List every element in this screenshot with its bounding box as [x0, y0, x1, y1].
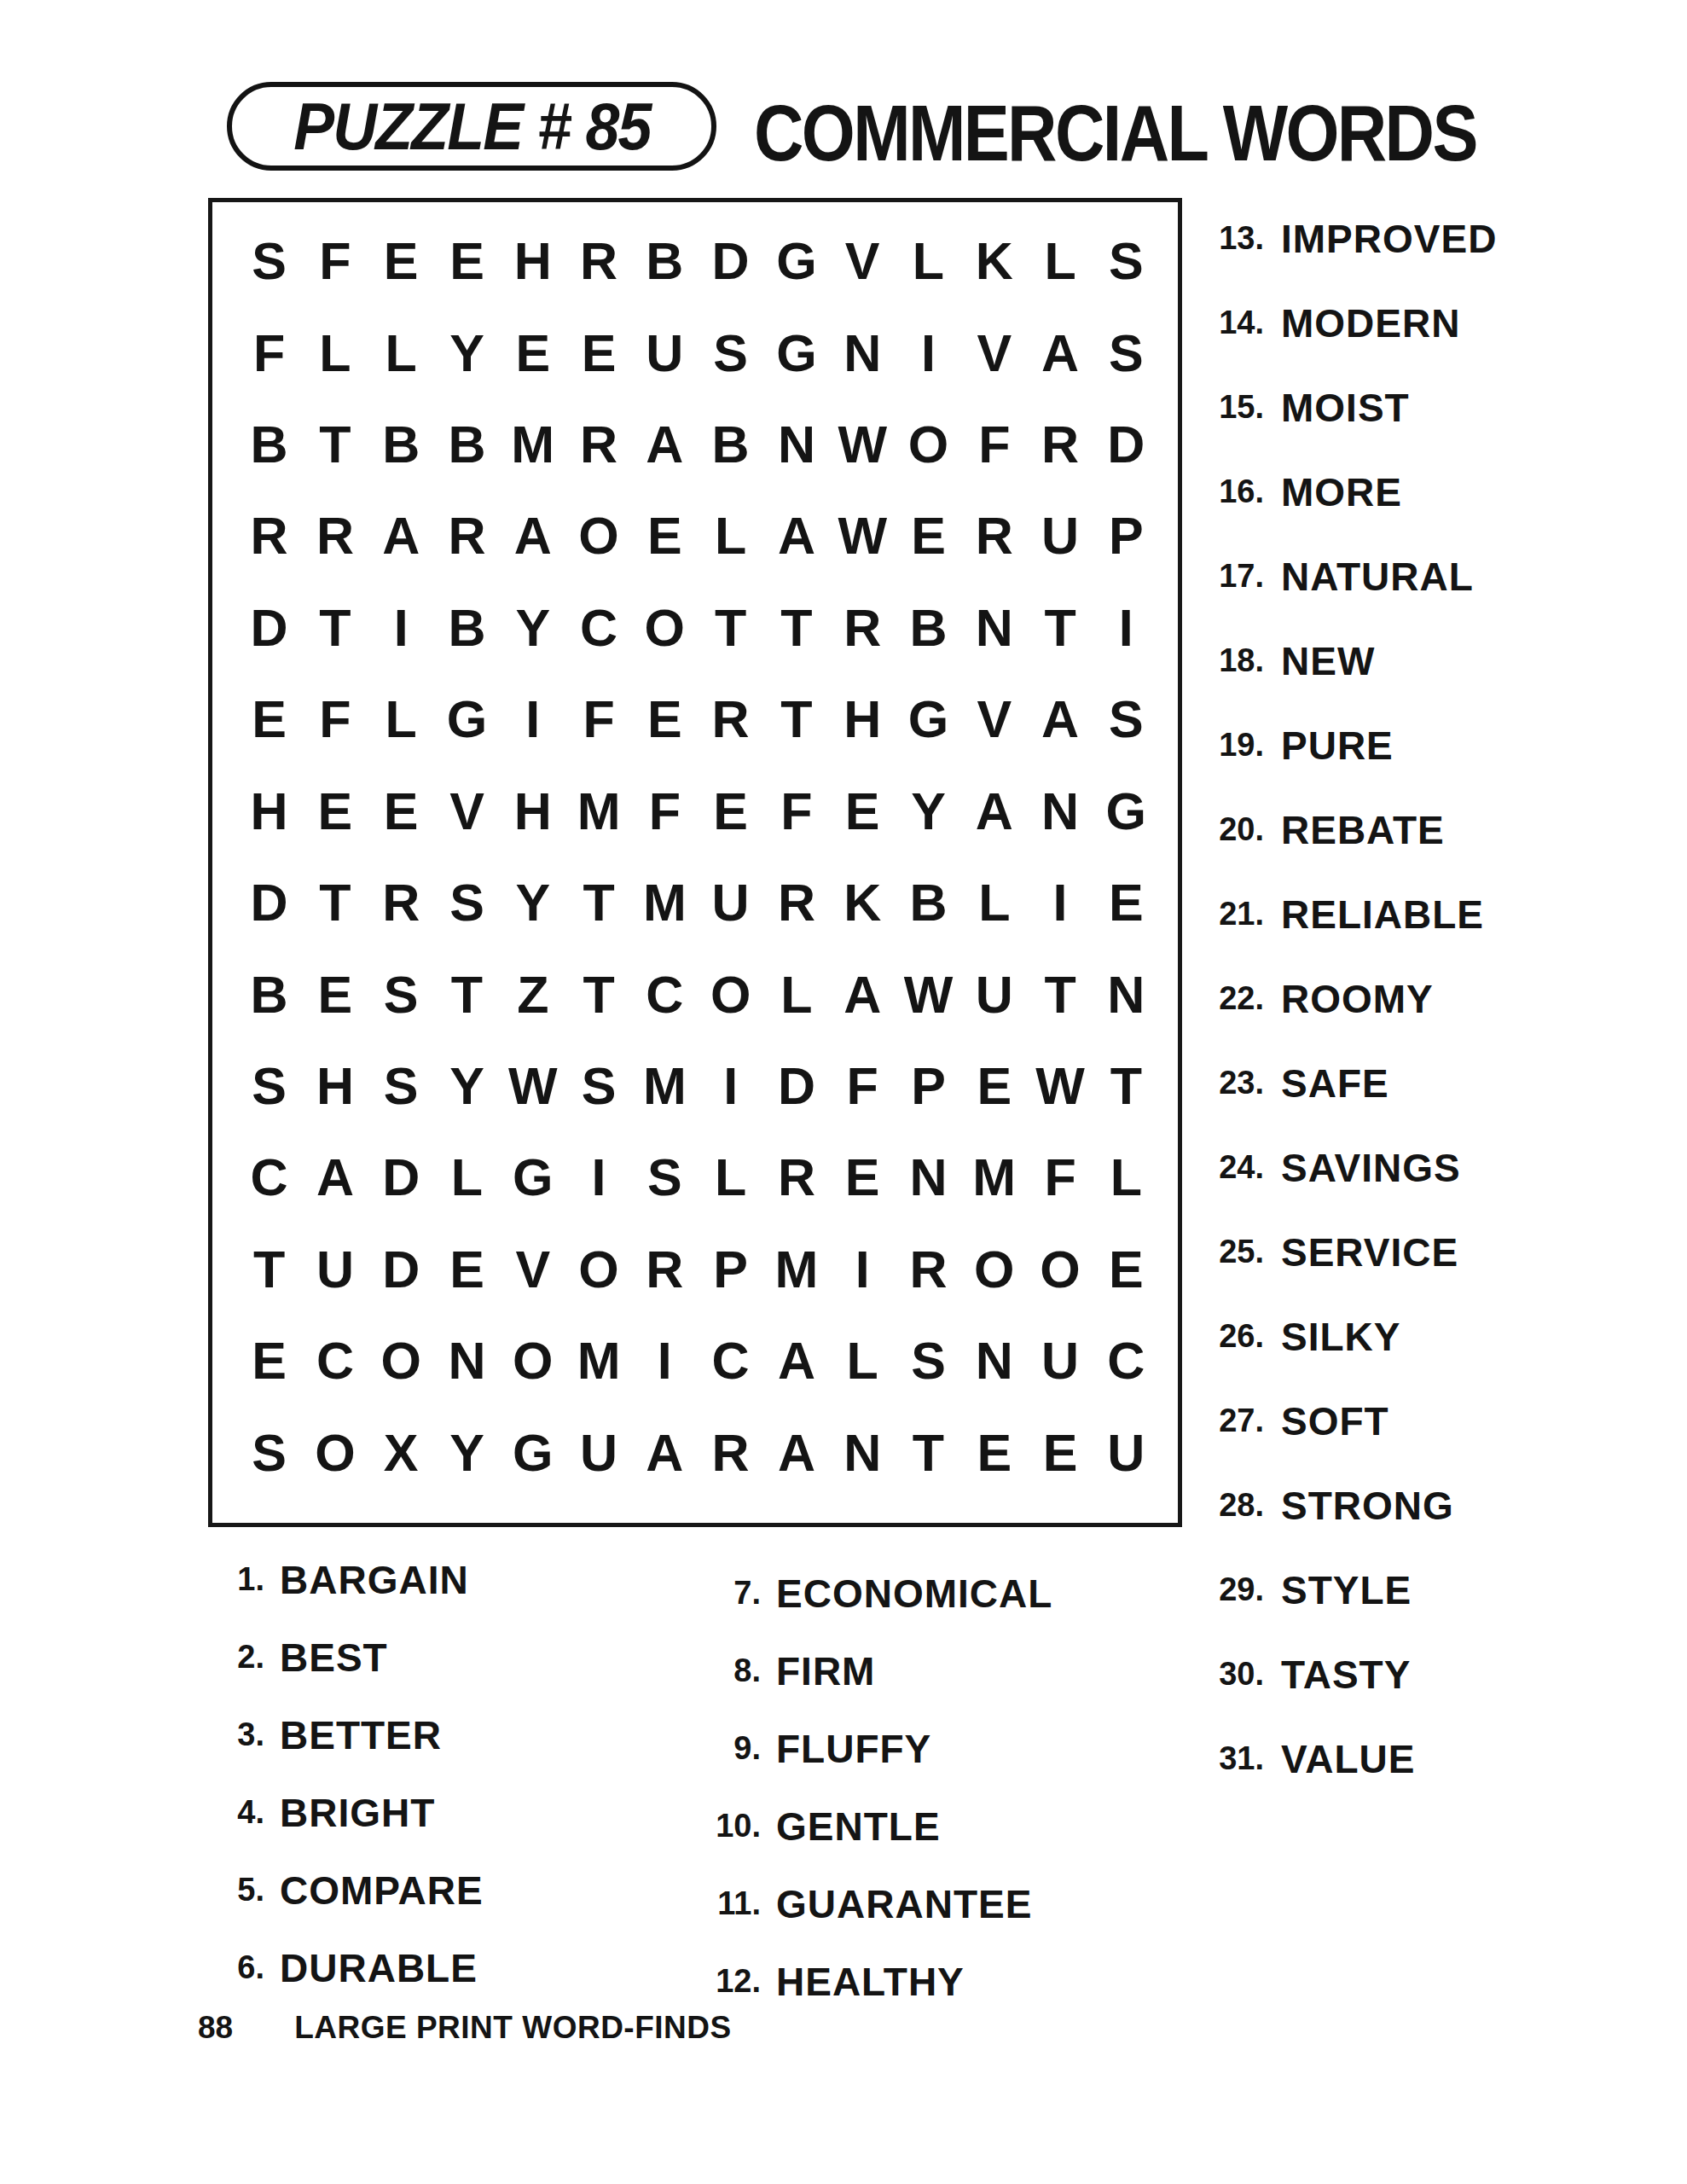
- grid-cell-r8c7[interactable]: M: [632, 857, 698, 949]
- grid-cell-r12c10[interactable]: I: [830, 1224, 896, 1316]
- grid-cell-r8c9[interactable]: R: [763, 857, 829, 949]
- grid-cell-r10c2[interactable]: H: [302, 1041, 368, 1132]
- word-list-item-1[interactable]: 1.BARGAIN: [215, 1541, 484, 1618]
- grid-cell-r2c14[interactable]: S: [1093, 307, 1159, 398]
- grid-cell-r14c13[interactable]: E: [1027, 1408, 1093, 1499]
- grid-cell-r2c4[interactable]: Y: [434, 307, 500, 398]
- grid-cell-r10c5[interactable]: W: [500, 1041, 565, 1132]
- word-list-item-7[interactable]: 7.ECONOMICAL: [693, 1554, 1052, 1632]
- grid-cell-r4c10[interactable]: W: [830, 491, 896, 582]
- grid-cell-r13c9[interactable]: A: [763, 1316, 829, 1407]
- word-label: IMPROVED: [1281, 216, 1497, 262]
- word-label: REBATE: [1281, 807, 1445, 853]
- word-label: STYLE: [1281, 1567, 1412, 1613]
- grid-cell-r6c2[interactable]: F: [302, 674, 368, 765]
- word-number: 2.: [215, 1639, 264, 1676]
- word-list-item-25[interactable]: 25.SERVICE: [1191, 1210, 1497, 1294]
- grid-cell-r14c6[interactable]: U: [565, 1408, 631, 1499]
- grid-cell-r3c11[interactable]: O: [896, 399, 961, 491]
- word-number: 23.: [1191, 1065, 1264, 1101]
- word-list-item-19[interactable]: 19.PURE: [1191, 703, 1497, 787]
- word-number: 13.: [1191, 220, 1264, 257]
- grid-cell-r2c2[interactable]: L: [302, 307, 368, 398]
- word-label: MODERN: [1281, 300, 1460, 346]
- word-list-item-15[interactable]: 15.MOIST: [1191, 365, 1497, 450]
- grid-cell-r9c7[interactable]: C: [632, 949, 698, 1040]
- word-list-item-22[interactable]: 22.ROOMY: [1191, 956, 1497, 1041]
- grid-cell-r7c7[interactable]: F: [632, 766, 698, 857]
- word-list-item-8[interactable]: 8.FIRM: [693, 1632, 1052, 1710]
- grid-cell-r11c2[interactable]: A: [302, 1132, 368, 1223]
- word-list-bottom-left: 1.BARGAIN2.BEST3.BETTER4.BRIGHT5.COMPARE…: [215, 1541, 484, 2007]
- word-label: SAFE: [1281, 1060, 1389, 1107]
- grid-cell-r12c13[interactable]: O: [1027, 1224, 1093, 1316]
- grid-cell-r9c12[interactable]: U: [961, 949, 1027, 1040]
- word-list-item-27[interactable]: 27.SOFT: [1191, 1379, 1497, 1463]
- grid-cell-r12c11[interactable]: R: [896, 1224, 961, 1316]
- grid-cell-r12c6[interactable]: O: [565, 1224, 631, 1316]
- grid-cell-r2c10[interactable]: N: [830, 307, 896, 398]
- word-label: BRIGHT: [280, 1790, 435, 1836]
- word-number: 30.: [1191, 1656, 1264, 1693]
- grid-cell-r5c14[interactable]: I: [1093, 583, 1159, 674]
- word-list-item-14[interactable]: 14.MODERN: [1191, 281, 1497, 365]
- grid-cell-r10c4[interactable]: Y: [434, 1041, 500, 1132]
- grid-cell-r10c3[interactable]: S: [368, 1041, 434, 1132]
- word-number: 5.: [215, 1872, 264, 1908]
- grid-cell-r8c5[interactable]: Y: [500, 857, 565, 949]
- grid-cell-r13c1[interactable]: E: [236, 1316, 302, 1407]
- grid-cell-r10c1[interactable]: S: [236, 1041, 302, 1132]
- grid-cell-r1c3[interactable]: E: [368, 216, 434, 307]
- grid-cell-r7c12[interactable]: A: [961, 766, 1027, 857]
- grid-cell-r5c2[interactable]: T: [302, 583, 368, 674]
- word-list-item-18[interactable]: 18.NEW: [1191, 619, 1497, 703]
- word-list-item-6[interactable]: 6.DURABLE: [215, 1929, 484, 2007]
- grid-cell-r13c4[interactable]: N: [434, 1316, 500, 1407]
- grid-cell-r9c6[interactable]: T: [565, 949, 631, 1040]
- word-list-item-12[interactable]: 12.HEALTHY: [693, 1943, 1052, 2020]
- grid-cell-r7c3[interactable]: E: [368, 766, 434, 857]
- grid-cell-r13c5[interactable]: O: [500, 1316, 565, 1407]
- word-label: FLUFFY: [776, 1726, 931, 1772]
- word-list-item-16[interactable]: 16.MORE: [1191, 450, 1497, 534]
- grid-cell-r9c3[interactable]: S: [368, 949, 434, 1040]
- word-number: 12.: [693, 1963, 761, 2000]
- page-footer: 88 LARGE PRINT WORD-FINDS: [198, 2010, 732, 2046]
- grid-cell-r1c12[interactable]: K: [961, 216, 1027, 307]
- grid-cell-r5c6[interactable]: C: [565, 583, 631, 674]
- word-number: 6.: [215, 1949, 264, 1986]
- grid-cell-r7c11[interactable]: Y: [896, 766, 961, 857]
- grid-cell-r11c12[interactable]: M: [961, 1132, 1027, 1223]
- grid-cell-r2c1[interactable]: F: [236, 307, 302, 398]
- grid-cell-r1c13[interactable]: L: [1027, 216, 1093, 307]
- grid-cell-r3c7[interactable]: A: [632, 399, 698, 491]
- grid-cell-r14c12[interactable]: E: [961, 1408, 1027, 1499]
- grid-cell-r1c6[interactable]: R: [565, 216, 631, 307]
- grid-cell-r5c12[interactable]: N: [961, 583, 1027, 674]
- grid-cell-r11c6[interactable]: I: [565, 1132, 631, 1223]
- word-label: ROOMY: [1281, 976, 1434, 1022]
- grid-cell-r1c9[interactable]: G: [763, 216, 829, 307]
- grid-cell-r4c13[interactable]: U: [1027, 491, 1093, 582]
- word-list-item-30[interactable]: 30.TASTY: [1191, 1632, 1497, 1716]
- word-label: PURE: [1281, 723, 1394, 769]
- grid-cell-r9c9[interactable]: L: [763, 949, 829, 1040]
- grid-cell-r13c8[interactable]: C: [698, 1316, 763, 1407]
- word-search-board: SFEEHRBDGVLKLSFLLYEEUSGNIVASBTBBMRABNWOF…: [208, 198, 1182, 1527]
- grid-cell-r2c5[interactable]: E: [500, 307, 565, 398]
- grid-cell-r5c3[interactable]: I: [368, 583, 434, 674]
- grid-cell-r1c5[interactable]: H: [500, 216, 565, 307]
- grid-cell-r8c1[interactable]: D: [236, 857, 302, 949]
- grid-cell-r11c3[interactable]: D: [368, 1132, 434, 1223]
- grid-cell-r6c10[interactable]: H: [830, 674, 896, 765]
- grid-cell-r8c11[interactable]: B: [896, 857, 961, 949]
- grid-cell-r3c1[interactable]: B: [236, 399, 302, 491]
- word-label: NEW: [1281, 638, 1375, 684]
- grid-cell-r11c8[interactable]: L: [698, 1132, 763, 1223]
- grid-cell-r7c1[interactable]: H: [236, 766, 302, 857]
- word-number: 10.: [693, 1808, 761, 1844]
- grid-cell-r7c6[interactable]: M: [565, 766, 631, 857]
- grid-cell-r12c12[interactable]: O: [961, 1224, 1027, 1316]
- grid-cell-r14c8[interactable]: R: [698, 1408, 763, 1499]
- grid-cell-r4c6[interactable]: O: [565, 491, 631, 582]
- grid-cell-r6c9[interactable]: T: [763, 674, 829, 765]
- grid-cell-r4c7[interactable]: E: [632, 491, 698, 582]
- grid-cell-r8c10[interactable]: K: [830, 857, 896, 949]
- word-label: GUARANTEE: [776, 1881, 1032, 1927]
- grid-cell-r8c14[interactable]: E: [1093, 857, 1159, 949]
- grid-cell-r12c4[interactable]: E: [434, 1224, 500, 1316]
- grid-cell-r13c11[interactable]: S: [896, 1316, 961, 1407]
- word-list-item-17[interactable]: 17.NATURAL: [1191, 534, 1497, 619]
- grid-cell-r6c13[interactable]: A: [1027, 674, 1093, 765]
- word-list-item-26[interactable]: 26.SILKY: [1191, 1294, 1497, 1379]
- word-list-item-9[interactable]: 9.FLUFFY: [693, 1710, 1052, 1787]
- word-number: 1.: [215, 1561, 264, 1598]
- grid-cell-r12c3[interactable]: D: [368, 1224, 434, 1316]
- word-list-item-31[interactable]: 31.VALUE: [1191, 1716, 1497, 1801]
- grid-cell-r13c14[interactable]: C: [1093, 1316, 1159, 1407]
- puzzle-number-badge: PUZZLE # 85: [227, 82, 716, 171]
- page-title: COMMERCIAL WORDS: [754, 89, 1476, 178]
- grid-cell-r4c4[interactable]: R: [434, 491, 500, 582]
- grid-cell-r5c7[interactable]: O: [632, 583, 698, 674]
- page-number: 88: [198, 2010, 233, 2046]
- grid-cell-r3c9[interactable]: N: [763, 399, 829, 491]
- word-label: BARGAIN: [280, 1557, 469, 1603]
- grid-cell-r11c10[interactable]: E: [830, 1132, 896, 1223]
- grid-cell-r11c14[interactable]: L: [1093, 1132, 1159, 1223]
- grid-cell-r7c14[interactable]: G: [1093, 766, 1159, 857]
- word-number: 22.: [1191, 980, 1264, 1017]
- grid-cell-r4c9[interactable]: A: [763, 491, 829, 582]
- grid-cell-r14c7[interactable]: A: [632, 1408, 698, 1499]
- grid-cell-r14c10[interactable]: N: [830, 1408, 896, 1499]
- grid-cell-r14c3[interactable]: X: [368, 1408, 434, 1499]
- word-list-item-10[interactable]: 10.GENTLE: [693, 1787, 1052, 1865]
- grid-cell-r14c4[interactable]: Y: [434, 1408, 500, 1499]
- grid-cell-r12c1[interactable]: T: [236, 1224, 302, 1316]
- grid-cell-r4c14[interactable]: P: [1093, 491, 1159, 582]
- word-label: SERVICE: [1281, 1229, 1458, 1275]
- grid-cell-r6c14[interactable]: S: [1093, 674, 1159, 765]
- word-list-item-4[interactable]: 4.BRIGHT: [215, 1774, 484, 1851]
- word-list-item-29[interactable]: 29.STYLE: [1191, 1548, 1497, 1632]
- grid-cell-r3c8[interactable]: B: [698, 399, 763, 491]
- grid-cell-r7c9[interactable]: F: [763, 766, 829, 857]
- word-label: BETTER: [280, 1712, 442, 1758]
- grid-cell-r5c8[interactable]: T: [698, 583, 763, 674]
- grid-cell-r10c14[interactable]: T: [1093, 1041, 1159, 1132]
- grid-cell-r1c11[interactable]: L: [896, 216, 961, 307]
- grid-cell-r6c1[interactable]: E: [236, 674, 302, 765]
- word-list-item-5[interactable]: 5.COMPARE: [215, 1851, 484, 1929]
- grid-cell-r14c2[interactable]: O: [302, 1408, 368, 1499]
- grid-cell-r1c7[interactable]: B: [632, 216, 698, 307]
- grid-cell-r8c2[interactable]: T: [302, 857, 368, 949]
- grid-cell-r13c12[interactable]: N: [961, 1316, 1027, 1407]
- word-number: 19.: [1191, 727, 1264, 764]
- word-number: 11.: [693, 1885, 761, 1922]
- grid-cell-r12c5[interactable]: V: [500, 1224, 565, 1316]
- grid-cell-r13c10[interactable]: L: [830, 1316, 896, 1407]
- grid-cell-r2c8[interactable]: S: [698, 307, 763, 398]
- grid-cell-r8c3[interactable]: R: [368, 857, 434, 949]
- word-number: 15.: [1191, 389, 1264, 426]
- letter-grid: SFEEHRBDGVLKLSFLLYEEUSGNIVASBTBBMRABNWOF…: [212, 202, 1178, 1523]
- grid-cell-r8c13[interactable]: I: [1027, 857, 1093, 949]
- grid-cell-r7c5[interactable]: H: [500, 766, 565, 857]
- grid-cell-r10c10[interactable]: F: [830, 1041, 896, 1132]
- grid-cell-r6c11[interactable]: G: [896, 674, 961, 765]
- grid-cell-r11c5[interactable]: G: [500, 1132, 565, 1223]
- grid-cell-r4c2[interactable]: R: [302, 491, 368, 582]
- grid-cell-r9c13[interactable]: T: [1027, 949, 1093, 1040]
- grid-cell-r11c4[interactable]: L: [434, 1132, 500, 1223]
- grid-cell-r13c7[interactable]: I: [632, 1316, 698, 1407]
- grid-cell-r12c14[interactable]: E: [1093, 1224, 1159, 1316]
- grid-cell-r5c1[interactable]: D: [236, 583, 302, 674]
- grid-cell-r8c12[interactable]: L: [961, 857, 1027, 949]
- grid-cell-r5c10[interactable]: R: [830, 583, 896, 674]
- grid-cell-r10c12[interactable]: E: [961, 1041, 1027, 1132]
- grid-cell-r12c2[interactable]: U: [302, 1224, 368, 1316]
- grid-cell-r6c3[interactable]: L: [368, 674, 434, 765]
- grid-cell-r9c1[interactable]: B: [236, 949, 302, 1040]
- word-list-item-28[interactable]: 28.STRONG: [1191, 1463, 1497, 1548]
- word-label: SILKY: [1281, 1314, 1400, 1360]
- word-label: GENTLE: [776, 1804, 941, 1850]
- word-number: 7.: [693, 1575, 761, 1612]
- word-label: SAVINGS: [1281, 1145, 1461, 1191]
- grid-cell-r1c14[interactable]: S: [1093, 216, 1159, 307]
- word-label: RELIABLE: [1281, 892, 1484, 938]
- grid-cell-r4c11[interactable]: E: [896, 491, 961, 582]
- word-label: TASTY: [1281, 1652, 1411, 1698]
- grid-cell-r3c3[interactable]: B: [368, 399, 434, 491]
- word-list-item-23[interactable]: 23.SAFE: [1191, 1041, 1497, 1125]
- grid-cell-r2c13[interactable]: A: [1027, 307, 1093, 398]
- grid-cell-r6c5[interactable]: I: [500, 674, 565, 765]
- word-number: 4.: [215, 1794, 264, 1831]
- grid-cell-r4c8[interactable]: L: [698, 491, 763, 582]
- puzzle-number-label: PUZZLE # 85: [293, 88, 650, 166]
- grid-cell-r7c4[interactable]: V: [434, 766, 500, 857]
- grid-cell-r4c3[interactable]: A: [368, 491, 434, 582]
- grid-cell-r3c14[interactable]: D: [1093, 399, 1159, 491]
- grid-cell-r1c10[interactable]: V: [830, 216, 896, 307]
- grid-cell-r6c7[interactable]: E: [632, 674, 698, 765]
- grid-cell-r10c13[interactable]: W: [1027, 1041, 1093, 1132]
- grid-cell-r4c12[interactable]: R: [961, 491, 1027, 582]
- grid-cell-r10c11[interactable]: P: [896, 1041, 961, 1132]
- grid-cell-r3c2[interactable]: T: [302, 399, 368, 491]
- grid-cell-r14c14[interactable]: U: [1093, 1408, 1159, 1499]
- grid-cell-r8c8[interactable]: U: [698, 857, 763, 949]
- grid-cell-r8c4[interactable]: S: [434, 857, 500, 949]
- grid-cell-r6c6[interactable]: F: [565, 674, 631, 765]
- grid-cell-r8c6[interactable]: T: [565, 857, 631, 949]
- grid-cell-r3c10[interactable]: W: [830, 399, 896, 491]
- grid-cell-r5c9[interactable]: T: [763, 583, 829, 674]
- grid-cell-r9c14[interactable]: N: [1093, 949, 1159, 1040]
- word-number: 31.: [1191, 1740, 1264, 1777]
- grid-cell-r2c11[interactable]: I: [896, 307, 961, 398]
- grid-cell-r2c7[interactable]: U: [632, 307, 698, 398]
- grid-cell-r12c9[interactable]: M: [763, 1224, 829, 1316]
- word-label: SOFT: [1281, 1398, 1389, 1444]
- word-label: MOIST: [1281, 385, 1410, 431]
- grid-cell-r11c11[interactable]: N: [896, 1132, 961, 1223]
- word-number: 24.: [1191, 1149, 1264, 1186]
- word-list-item-2[interactable]: 2.BEST: [215, 1618, 484, 1696]
- grid-cell-r7c13[interactable]: N: [1027, 766, 1093, 857]
- grid-cell-r1c4[interactable]: E: [434, 216, 500, 307]
- word-label: HEALTHY: [776, 1959, 965, 2005]
- grid-cell-r6c12[interactable]: V: [961, 674, 1027, 765]
- grid-cell-r7c8[interactable]: E: [698, 766, 763, 857]
- grid-cell-r2c3[interactable]: L: [368, 307, 434, 398]
- word-number: 21.: [1191, 896, 1264, 932]
- grid-cell-r13c13[interactable]: U: [1027, 1316, 1093, 1407]
- grid-cell-r9c8[interactable]: O: [698, 949, 763, 1040]
- word-list-item-20[interactable]: 20.REBATE: [1191, 787, 1497, 872]
- grid-cell-r4c1[interactable]: R: [236, 491, 302, 582]
- grid-cell-r12c7[interactable]: R: [632, 1224, 698, 1316]
- grid-cell-r10c6[interactable]: S: [565, 1041, 631, 1132]
- word-number: 17.: [1191, 558, 1264, 595]
- grid-cell-r3c6[interactable]: R: [565, 399, 631, 491]
- word-list-item-11[interactable]: 11.GUARANTEE: [693, 1865, 1052, 1943]
- grid-cell-r14c1[interactable]: S: [236, 1408, 302, 1499]
- grid-cell-r1c8[interactable]: D: [698, 216, 763, 307]
- grid-cell-r10c8[interactable]: I: [698, 1041, 763, 1132]
- grid-cell-r9c5[interactable]: Z: [500, 949, 565, 1040]
- grid-cell-r14c11[interactable]: T: [896, 1408, 961, 1499]
- grid-cell-r1c1[interactable]: S: [236, 216, 302, 307]
- grid-cell-r9c10[interactable]: A: [830, 949, 896, 1040]
- word-label: ECONOMICAL: [776, 1571, 1052, 1617]
- grid-cell-r9c4[interactable]: T: [434, 949, 500, 1040]
- grid-cell-r7c10[interactable]: E: [830, 766, 896, 857]
- word-label: FIRM: [776, 1648, 875, 1694]
- word-label: MORE: [1281, 469, 1402, 515]
- grid-cell-r3c13[interactable]: R: [1027, 399, 1093, 491]
- grid-cell-r6c8[interactable]: R: [698, 674, 763, 765]
- grid-cell-r5c4[interactable]: B: [434, 583, 500, 674]
- word-list-item-3[interactable]: 3.BETTER: [215, 1696, 484, 1774]
- grid-cell-r11c1[interactable]: C: [236, 1132, 302, 1223]
- grid-cell-r5c5[interactable]: Y: [500, 583, 565, 674]
- word-number: 29.: [1191, 1571, 1264, 1608]
- word-label: STRONG: [1281, 1483, 1454, 1529]
- grid-cell-r5c11[interactable]: B: [896, 583, 961, 674]
- word-number: 8.: [693, 1653, 761, 1689]
- word-label: NATURAL: [1281, 554, 1474, 600]
- word-number: 3.: [215, 1716, 264, 1753]
- grid-cell-r6c4[interactable]: G: [434, 674, 500, 765]
- grid-cell-r11c9[interactable]: R: [763, 1132, 829, 1223]
- word-label: VALUE: [1281, 1736, 1416, 1782]
- word-label: COMPARE: [280, 1867, 484, 1914]
- grid-cell-r5c13[interactable]: T: [1027, 583, 1093, 674]
- grid-cell-r14c5[interactable]: G: [500, 1408, 565, 1499]
- puzzle-page: PUZZLE # 85 COMMERCIAL WORDS SFEEHRBDGVL…: [0, 0, 1687, 2184]
- word-label: BEST: [280, 1635, 388, 1681]
- grid-cell-r9c11[interactable]: W: [896, 949, 961, 1040]
- grid-cell-r13c3[interactable]: O: [368, 1316, 434, 1407]
- grid-cell-r12c8[interactable]: P: [698, 1224, 763, 1316]
- grid-cell-r11c13[interactable]: F: [1027, 1132, 1093, 1223]
- grid-cell-r10c7[interactable]: M: [632, 1041, 698, 1132]
- word-list-bottom-middle: 7.ECONOMICAL8.FIRM9.FLUFFY10.GENTLE11.GU…: [693, 1554, 1052, 2020]
- grid-cell-r13c2[interactable]: C: [302, 1316, 368, 1407]
- word-number: 28.: [1191, 1487, 1264, 1524]
- word-number: 9.: [693, 1730, 761, 1767]
- word-number: 26.: [1191, 1318, 1264, 1355]
- grid-cell-r4c5[interactable]: A: [500, 491, 565, 582]
- grid-cell-r11c7[interactable]: S: [632, 1132, 698, 1223]
- word-list-right: 13.IMPROVED14.MODERN15.MOIST16.MORE17.NA…: [1191, 196, 1497, 1801]
- word-list-item-24[interactable]: 24.SAVINGS: [1191, 1125, 1497, 1210]
- grid-cell-r3c5[interactable]: M: [500, 399, 565, 491]
- word-number: 27.: [1191, 1403, 1264, 1439]
- grid-cell-r14c9[interactable]: A: [763, 1408, 829, 1499]
- word-list-item-13[interactable]: 13.IMPROVED: [1191, 196, 1497, 281]
- grid-cell-r1c2[interactable]: F: [302, 216, 368, 307]
- grid-cell-r3c12[interactable]: F: [961, 399, 1027, 491]
- word-label: DURABLE: [280, 1945, 478, 1991]
- grid-cell-r2c6[interactable]: E: [565, 307, 631, 398]
- word-list-item-21[interactable]: 21.RELIABLE: [1191, 872, 1497, 956]
- book-title: LARGE PRINT WORD-FINDS: [294, 2010, 732, 2046]
- grid-cell-r2c12[interactable]: V: [961, 307, 1027, 398]
- grid-cell-r13c6[interactable]: M: [565, 1316, 631, 1407]
- grid-cell-r2c9[interactable]: G: [763, 307, 829, 398]
- word-number: 20.: [1191, 811, 1264, 848]
- grid-cell-r10c9[interactable]: D: [763, 1041, 829, 1132]
- word-number: 16.: [1191, 473, 1264, 510]
- word-number: 18.: [1191, 642, 1264, 679]
- grid-cell-r3c4[interactable]: B: [434, 399, 500, 491]
- word-number: 25.: [1191, 1234, 1264, 1270]
- grid-cell-r7c2[interactable]: E: [302, 766, 368, 857]
- grid-cell-r9c2[interactable]: E: [302, 949, 368, 1040]
